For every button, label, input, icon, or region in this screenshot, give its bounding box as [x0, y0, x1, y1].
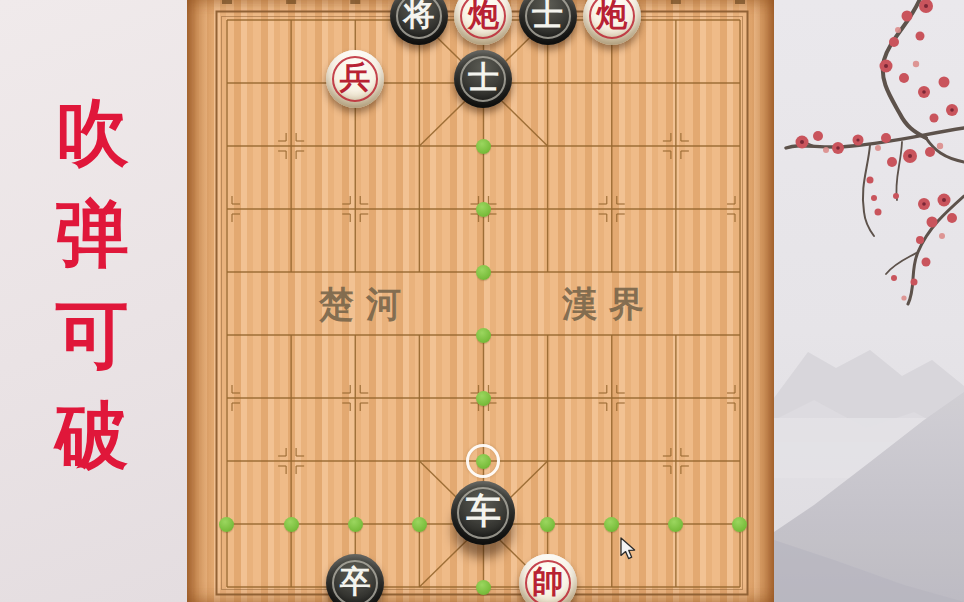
piece-red-general[interactable]: 帥: [519, 554, 577, 602]
board-intersections[interactable]: 将炮士炮兵士车卒帥: [195, 0, 772, 602]
piece-black-soldier[interactable]: 卒: [326, 554, 384, 602]
piece-red-cannon-1[interactable]: 炮: [454, 0, 512, 45]
title-char: 吹: [50, 90, 134, 191]
move-hint-dot[interactable]: [476, 580, 491, 595]
piece-glyph: 帥: [532, 566, 563, 597]
piece-black-general[interactable]: 将: [390, 0, 448, 45]
piece-black-advisor-1[interactable]: 士: [519, 0, 577, 45]
piece-glyph: 车: [466, 494, 501, 529]
xiangqi-board[interactable]: 楚河 漢界 将炮士炮兵士车卒帥: [187, 0, 774, 602]
plum-blossoms: [796, 0, 959, 301]
mountain-mist: [774, 350, 964, 602]
title-char: 弹: [50, 191, 134, 292]
title-char: 可: [50, 292, 134, 393]
move-hint-dot[interactable]: [412, 517, 427, 532]
left-caption-panel: 吹弹可破: [0, 0, 187, 602]
puzzle-title: 吹弹可破: [50, 90, 134, 494]
move-hint-dot[interactable]: [476, 202, 491, 217]
plum-branches: [786, 0, 964, 304]
piece-glyph: 炮: [596, 0, 627, 30]
plum-blossom-art: [774, 0, 964, 602]
move-hint-dot[interactable]: [284, 517, 299, 532]
move-hint-dot[interactable]: [540, 517, 555, 532]
move-hint-dot[interactable]: [732, 517, 747, 532]
piece-black-chariot[interactable]: 车: [451, 481, 515, 545]
piece-black-advisor-2[interactable]: 士: [454, 50, 512, 108]
move-hint-dot[interactable]: [476, 139, 491, 154]
title-char: 破: [50, 393, 134, 494]
piece-glyph: 卒: [340, 566, 371, 597]
move-hint-dot[interactable]: [219, 517, 234, 532]
hover-target-ring: [466, 444, 500, 478]
move-hint-dot[interactable]: [476, 328, 491, 343]
piece-glyph: 将: [404, 0, 435, 30]
move-hint-dot[interactable]: [348, 517, 363, 532]
piece-glyph: 士: [468, 62, 499, 93]
move-hint-dot[interactable]: [476, 265, 491, 280]
mouse-cursor-icon: [620, 537, 640, 563]
move-hint-dot[interactable]: [668, 517, 683, 532]
move-hint-dot[interactable]: [476, 391, 491, 406]
right-decor-panel: [774, 0, 964, 602]
app-screen: 吹弹可破 楚河 漢界 将炮士炮兵士车卒帥: [0, 0, 964, 602]
piece-glyph: 士: [532, 0, 563, 30]
piece-glyph: 炮: [468, 0, 499, 30]
move-hint-dot[interactable]: [604, 517, 619, 532]
piece-glyph: 兵: [340, 62, 371, 93]
piece-red-cannon-2[interactable]: 炮: [583, 0, 641, 45]
piece-red-soldier[interactable]: 兵: [326, 50, 384, 108]
